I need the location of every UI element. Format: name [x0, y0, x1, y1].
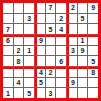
- cell-r8c3-empty[interactable]: [24, 78, 34, 88]
- cell-r7c7-empty[interactable]: [67, 67, 77, 77]
- cell-r1c3-empty[interactable]: [24, 3, 34, 13]
- cell-r7c9-given[interactable]: 8: [88, 67, 98, 77]
- cell-r9c4-empty[interactable]: [35, 88, 45, 98]
- cell-r8c9-empty[interactable]: [88, 78, 98, 88]
- cell-r7c1-empty[interactable]: [3, 67, 13, 77]
- cell-r2c4-empty[interactable]: [35, 14, 45, 24]
- cell-r7c3-empty[interactable]: [24, 67, 34, 77]
- cell-r4c4-given[interactable]: 9: [35, 35, 45, 45]
- cell-r1c5-given[interactable]: 7: [46, 3, 56, 13]
- cell-r4c8-given[interactable]: 1: [78, 35, 88, 45]
- cell-r3c7-empty[interactable]: [67, 24, 77, 34]
- cell-r3c5-given[interactable]: 5: [46, 24, 56, 34]
- cell-r2c7-empty[interactable]: [67, 14, 77, 24]
- cell-r4c9-empty[interactable]: [88, 35, 98, 45]
- cell-r9c3-given[interactable]: 5: [24, 88, 34, 98]
- cell-r3c3-empty[interactable]: [24, 24, 34, 34]
- cell-r2c8-given[interactable]: 5: [78, 14, 88, 24]
- cell-r3c9-empty[interactable]: [88, 24, 98, 34]
- cell-r9c9-empty[interactable]: [88, 88, 98, 98]
- cell-r2c3-given[interactable]: 3: [24, 14, 34, 24]
- cell-r4c3-empty[interactable]: [24, 35, 34, 45]
- cell-r1c9-given[interactable]: 9: [88, 3, 98, 13]
- cell-r6c7-empty[interactable]: [67, 56, 77, 66]
- cell-r1c7-given[interactable]: 2: [67, 3, 77, 13]
- cell-r5c2-given[interactable]: 2: [14, 46, 24, 56]
- cell-r6c6-given[interactable]: 6: [56, 56, 66, 66]
- cell-r5c4-empty[interactable]: [35, 46, 45, 56]
- cell-r5c7-given[interactable]: 3: [67, 46, 77, 56]
- cell-r4c6-empty[interactable]: [56, 35, 66, 45]
- cell-r7c4-given[interactable]: 4: [35, 67, 45, 77]
- cell-r6c9-given[interactable]: 5: [88, 56, 98, 66]
- cell-r1c2-empty[interactable]: [14, 3, 24, 13]
- cell-r6c8-empty[interactable]: [78, 56, 88, 66]
- cell-r5c3-given[interactable]: 1: [24, 46, 34, 56]
- cell-r8c2-given[interactable]: 4: [14, 78, 24, 88]
- cell-r4c7-empty[interactable]: [67, 35, 77, 45]
- cell-r7c2-empty[interactable]: [14, 67, 24, 77]
- cell-r7c6-empty[interactable]: [56, 67, 66, 77]
- cell-r3c2-empty[interactable]: [14, 24, 24, 34]
- cell-r5c5-empty[interactable]: [46, 46, 56, 56]
- cell-r6c1-empty[interactable]: [3, 56, 13, 66]
- cell-r3c6-given[interactable]: 4: [56, 24, 66, 34]
- cell-r2c1-empty[interactable]: [3, 14, 13, 24]
- cell-r2c5-empty[interactable]: [46, 14, 56, 24]
- cell-r9c1-given[interactable]: 1: [3, 88, 13, 98]
- cell-r4c1-given[interactable]: 6: [3, 35, 13, 45]
- cell-r8c6-empty[interactable]: [56, 78, 66, 88]
- cell-r6c3-empty[interactable]: [24, 56, 34, 66]
- cell-r7c5-given[interactable]: 2: [46, 67, 56, 77]
- cell-r1c4-empty[interactable]: [35, 3, 45, 13]
- cell-r5c1-empty[interactable]: [3, 46, 13, 56]
- cell-r3c8-empty[interactable]: [78, 24, 88, 34]
- cell-r9c2-empty[interactable]: [14, 88, 24, 98]
- cell-r9c5-given[interactable]: 3: [46, 88, 56, 98]
- cell-r5c8-given[interactable]: 9: [78, 46, 88, 56]
- cell-r8c4-given[interactable]: 5: [35, 78, 45, 88]
- cell-r7c8-empty[interactable]: [78, 67, 88, 77]
- cell-r2c6-given[interactable]: 2: [56, 14, 66, 24]
- cell-r4c2-empty[interactable]: [14, 35, 24, 45]
- cell-r8c5-empty[interactable]: [46, 78, 56, 88]
- cell-r5c9-empty[interactable]: [88, 46, 98, 56]
- cell-r6c5-empty[interactable]: [46, 56, 56, 66]
- cell-r2c2-empty[interactable]: [14, 14, 24, 24]
- cell-r6c4-empty[interactable]: [35, 56, 45, 66]
- cell-r1c1-empty[interactable]: [3, 3, 13, 13]
- cell-r9c6-empty[interactable]: [56, 88, 66, 98]
- cell-r6c2-given[interactable]: 8: [14, 56, 24, 66]
- cell-r9c8-empty[interactable]: [78, 88, 88, 98]
- cell-r3c1-given[interactable]: 7: [3, 24, 13, 34]
- cell-r1c6-empty[interactable]: [56, 3, 66, 13]
- cell-r8c1-empty[interactable]: [3, 78, 13, 88]
- cell-r3c4-empty[interactable]: [35, 24, 45, 34]
- cell-r5c6-empty[interactable]: [56, 46, 66, 56]
- cell-r1c8-empty[interactable]: [78, 3, 88, 13]
- cell-r2c9-empty[interactable]: [88, 14, 98, 24]
- sudoku-board: 7293257546912139865428459153: [0, 0, 101, 101]
- cell-r4c5-empty[interactable]: [46, 35, 56, 45]
- cell-r8c8-empty[interactable]: [78, 78, 88, 88]
- cell-r8c7-given[interactable]: 9: [67, 78, 77, 88]
- cell-r9c7-empty[interactable]: [67, 88, 77, 98]
